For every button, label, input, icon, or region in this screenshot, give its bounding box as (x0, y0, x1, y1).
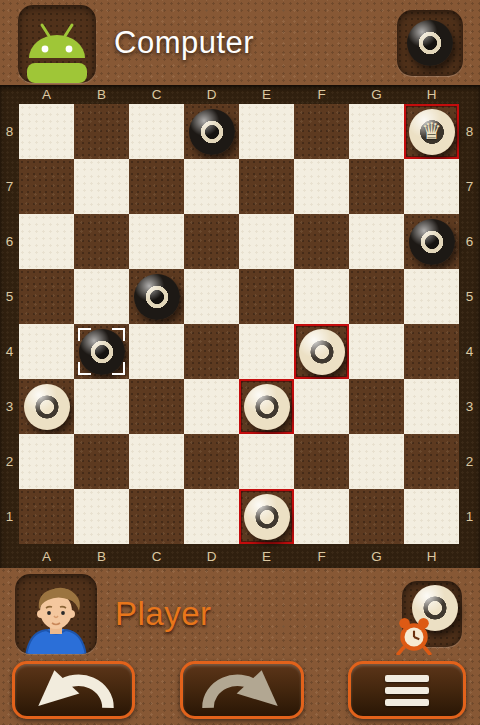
file-label-top-D: D (184, 85, 239, 104)
rank-label-right-7: 7 (459, 159, 480, 214)
board-corner (459, 544, 480, 568)
square-D1[interactable] (184, 489, 239, 544)
square-F8[interactable] (294, 104, 349, 159)
square-D7[interactable] (184, 159, 239, 214)
rank-label-left-5: 5 (0, 269, 19, 324)
opponent-name: Computer (114, 25, 397, 61)
square-G7[interactable] (349, 159, 404, 214)
square-H1[interactable] (404, 489, 459, 544)
square-E6[interactable] (239, 214, 294, 269)
square-F5[interactable] (294, 269, 349, 324)
checkers-board: ABCDEFGH8♛877665544332211ABCDEFGH (0, 85, 480, 568)
square-C5[interactable] (129, 269, 184, 324)
square-G4[interactable] (349, 324, 404, 379)
file-label-top-F: F (294, 85, 349, 104)
black-man-piece[interactable] (134, 274, 180, 320)
rank-label-left-4: 4 (0, 324, 19, 379)
rank-label-right-5: 5 (459, 269, 480, 324)
square-F1[interactable] (294, 489, 349, 544)
white-king-piece[interactable]: ♛ (409, 109, 455, 155)
square-F3[interactable] (294, 379, 349, 434)
square-H8[interactable]: ♛ (404, 104, 459, 159)
square-E1[interactable] (239, 489, 294, 544)
opponent-avatar-panel (18, 5, 96, 83)
square-H6[interactable] (404, 214, 459, 269)
file-label-bottom-A: A (19, 544, 74, 568)
black-man-piece[interactable] (409, 219, 455, 265)
white-man-piece[interactable] (244, 384, 290, 430)
rank-label-right-6: 6 (459, 214, 480, 269)
square-D4[interactable] (184, 324, 239, 379)
board-corner (0, 85, 19, 104)
square-C8[interactable] (129, 104, 184, 159)
square-G5[interactable] (349, 269, 404, 324)
file-label-bottom-G: G (349, 544, 404, 568)
square-A6[interactable] (19, 214, 74, 269)
file-label-top-E: E (239, 85, 294, 104)
square-G2[interactable] (349, 434, 404, 489)
square-E8[interactable] (239, 104, 294, 159)
square-C2[interactable] (129, 434, 184, 489)
square-E5[interactable] (239, 269, 294, 324)
square-B5[interactable] (74, 269, 129, 324)
file-label-bottom-B: B (74, 544, 129, 568)
square-C4[interactable] (129, 324, 184, 379)
white-man-piece[interactable] (299, 329, 345, 375)
square-A7[interactable] (19, 159, 74, 214)
rank-label-left-6: 6 (0, 214, 19, 269)
square-A4[interactable] (19, 324, 74, 379)
black-man-piece[interactable] (79, 329, 125, 375)
alarm-clock-icon (395, 617, 433, 655)
square-D2[interactable] (184, 434, 239, 489)
square-E2[interactable] (239, 434, 294, 489)
square-B1[interactable] (74, 489, 129, 544)
square-D8[interactable] (184, 104, 239, 159)
square-C7[interactable] (129, 159, 184, 214)
square-B2[interactable] (74, 434, 129, 489)
square-D5[interactable] (184, 269, 239, 324)
android-robot-icon (24, 15, 90, 83)
square-A8[interactable] (19, 104, 74, 159)
square-A1[interactable] (19, 489, 74, 544)
rank-label-right-1: 1 (459, 489, 480, 544)
square-G6[interactable] (349, 214, 404, 269)
rank-label-right-2: 2 (459, 434, 480, 489)
square-G8[interactable] (349, 104, 404, 159)
undo-button[interactable] (12, 661, 135, 719)
player-bar: Player (0, 568, 480, 660)
redo-button[interactable] (180, 661, 304, 719)
file-label-top-B: B (74, 85, 129, 104)
opponent-bar: Computer (0, 0, 480, 85)
player-avatar-panel (15, 574, 97, 654)
file-label-top-C: C (129, 85, 184, 104)
square-B4[interactable] (74, 324, 129, 379)
file-label-top-A: A (19, 85, 74, 104)
square-H3[interactable] (404, 379, 459, 434)
menu-button[interactable] (348, 661, 466, 719)
square-F7[interactable] (294, 159, 349, 214)
square-E3[interactable] (239, 379, 294, 434)
square-H5[interactable] (404, 269, 459, 324)
redo-arrow-icon (196, 665, 288, 715)
square-B3[interactable] (74, 379, 129, 434)
player-side-panel (402, 581, 462, 647)
white-man-piece[interactable] (244, 494, 290, 540)
file-label-bottom-H: H (404, 544, 459, 568)
square-G1[interactable] (349, 489, 404, 544)
square-F6[interactable] (294, 214, 349, 269)
rank-label-left-8: 8 (0, 104, 19, 159)
person-avatar-icon (16, 578, 96, 654)
square-C1[interactable] (129, 489, 184, 544)
square-F4[interactable] (294, 324, 349, 379)
square-B8[interactable] (74, 104, 129, 159)
rank-label-right-4: 4 (459, 324, 480, 379)
square-E7[interactable] (239, 159, 294, 214)
square-E4[interactable] (239, 324, 294, 379)
file-label-bottom-D: D (184, 544, 239, 568)
rank-label-left-3: 3 (0, 379, 19, 434)
rank-label-right-8: 8 (459, 104, 480, 159)
opponent-side-panel (397, 10, 463, 76)
black-piece-icon (407, 20, 453, 66)
rank-label-left-7: 7 (0, 159, 19, 214)
player-name: Player (115, 595, 402, 633)
board-corner (0, 544, 19, 568)
file-label-bottom-E: E (239, 544, 294, 568)
square-C6[interactable] (129, 214, 184, 269)
undo-arrow-icon (28, 665, 120, 715)
file-label-top-H: H (404, 85, 459, 104)
white-man-piece[interactable] (24, 384, 70, 430)
square-A5[interactable] (19, 269, 74, 324)
square-D3[interactable] (184, 379, 239, 434)
square-H4[interactable] (404, 324, 459, 379)
hamburger-menu-icon (385, 675, 429, 706)
rank-label-left-2: 2 (0, 434, 19, 489)
square-C3[interactable] (129, 379, 184, 434)
rank-label-left-1: 1 (0, 489, 19, 544)
king-crown-icon: ♛ (409, 109, 455, 155)
black-man-piece[interactable] (189, 109, 235, 155)
toolbar (0, 660, 480, 725)
square-B7[interactable] (74, 159, 129, 214)
square-A3[interactable] (19, 379, 74, 434)
square-F2[interactable] (294, 434, 349, 489)
file-label-bottom-F: F (294, 544, 349, 568)
square-G3[interactable] (349, 379, 404, 434)
square-A2[interactable] (19, 434, 74, 489)
square-D6[interactable] (184, 214, 239, 269)
square-H7[interactable] (404, 159, 459, 214)
file-label-bottom-C: C (129, 544, 184, 568)
board-corner (459, 85, 480, 104)
square-B6[interactable] (74, 214, 129, 269)
rank-label-right-3: 3 (459, 379, 480, 434)
file-label-top-G: G (349, 85, 404, 104)
square-H2[interactable] (404, 434, 459, 489)
